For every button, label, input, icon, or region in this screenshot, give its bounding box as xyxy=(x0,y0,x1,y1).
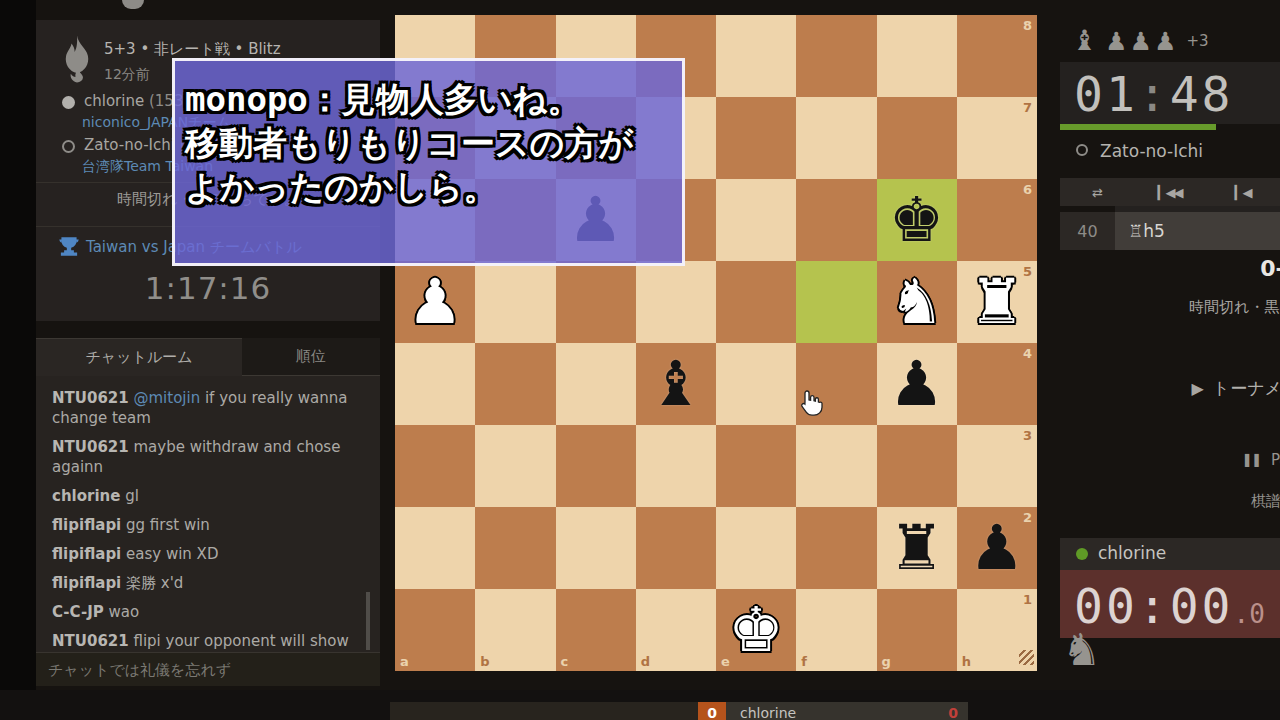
file-label: e xyxy=(721,654,730,669)
rank-label: 4 xyxy=(1023,346,1032,361)
move-list: 40 ♖h5 xyxy=(1060,206,1280,250)
rank-label: 6 xyxy=(1023,182,1032,197)
black-p-piece: ♟ xyxy=(889,353,945,415)
chat-message: NTU0621 @mitojin if you really wanna cha… xyxy=(52,388,356,428)
blitz-flame-icon xyxy=(58,34,96,84)
trophy-icon xyxy=(56,234,82,260)
square-g1[interactable]: g xyxy=(877,589,957,671)
square-g2[interactable]: ♜ xyxy=(877,507,957,589)
square-c3[interactable] xyxy=(556,425,636,507)
caption-line: 移動者もりもりコースの方が xyxy=(185,121,682,165)
white-n-piece: ♞ xyxy=(889,271,945,333)
square-h4[interactable]: 4 xyxy=(957,343,1037,425)
chat-message: NTU0621 maybe withdraw and chose againn xyxy=(52,437,356,477)
hand-cursor xyxy=(797,389,823,419)
captured-piece-icon: ♟ xyxy=(1154,29,1176,54)
square-f7[interactable] xyxy=(796,97,876,179)
square-b1[interactable]: b xyxy=(475,589,555,671)
chat-message-list: NTU0621 @mitojin if you really wanna cha… xyxy=(36,376,380,652)
square-f5[interactable] xyxy=(796,261,876,343)
square-a5[interactable]: ♟ xyxy=(395,261,475,343)
black-k-piece: ♚ xyxy=(889,189,945,251)
standings-player-name: chlorine xyxy=(740,705,796,720)
square-f1[interactable]: f xyxy=(796,589,876,671)
square-h3[interactable]: 3 xyxy=(957,425,1037,507)
top-player-row: Zato-no-Ichi xyxy=(1060,136,1280,168)
square-e3[interactable] xyxy=(716,425,796,507)
rank-label: 2 xyxy=(1023,510,1032,525)
black-color-icon xyxy=(62,140,75,153)
flip-board-button[interactable]: ⇄ xyxy=(1060,178,1133,206)
move-number: 40 xyxy=(1060,212,1115,250)
top-player-clock: 01:48 xyxy=(1060,62,1280,124)
current-move-row[interactable]: 40 ♖h5 xyxy=(1060,212,1280,250)
square-f8[interactable] xyxy=(796,15,876,97)
square-d3[interactable] xyxy=(636,425,716,507)
square-f3[interactable] xyxy=(796,425,876,507)
square-e6[interactable] xyxy=(716,179,796,261)
square-g7[interactable] xyxy=(877,97,957,179)
score-badge: 0 xyxy=(698,702,726,720)
white-color-icon xyxy=(62,96,75,109)
file-label: b xyxy=(480,654,489,669)
black-r-piece: ♜ xyxy=(889,517,945,579)
square-d2[interactable] xyxy=(636,507,716,589)
knight-icon: ♞ xyxy=(1062,628,1101,672)
square-b2[interactable] xyxy=(475,507,555,589)
square-e1[interactable]: ♚e xyxy=(716,589,796,671)
clock-progress-bar xyxy=(1060,124,1216,130)
square-e4[interactable] xyxy=(716,343,796,425)
play-icon: ▶ xyxy=(1191,379,1203,398)
file-label: c xyxy=(561,654,569,669)
chat-card: チャットルーム 順位 NTU0621 @mitojin if you reall… xyxy=(36,338,380,686)
game-title: 5+3 • 非レート戦 • Blitz xyxy=(104,40,281,59)
square-g8[interactable] xyxy=(877,15,957,97)
online-dot-icon xyxy=(1076,548,1088,560)
pause-icon: ▌▌ xyxy=(1245,454,1264,467)
kifu-link[interactable]: 棋譜 xyxy=(1046,492,1280,511)
rank-label: 1 xyxy=(1023,592,1032,607)
square-e2[interactable] xyxy=(716,507,796,589)
material-advantage: +3 xyxy=(1186,32,1208,50)
square-g3[interactable] xyxy=(877,425,957,507)
bottom-player-row: chlorine xyxy=(1060,538,1280,570)
rank-label: 7 xyxy=(1023,100,1032,115)
square-h7[interactable]: 7 xyxy=(957,97,1037,179)
white-k-piece: ♚ xyxy=(728,599,784,661)
file-label: a xyxy=(400,654,409,669)
black-p-piece: ♟ xyxy=(969,517,1025,579)
tab-chat-room[interactable]: チャットルーム xyxy=(36,338,242,376)
square-b4[interactable] xyxy=(475,343,555,425)
square-f2[interactable] xyxy=(796,507,876,589)
game-result: 0-1 xyxy=(1060,256,1280,281)
square-e8[interactable] xyxy=(716,15,796,97)
square-e5[interactable] xyxy=(716,261,796,343)
tournament-clock: 1:17:16 xyxy=(36,270,380,306)
chat-input[interactable] xyxy=(36,653,380,686)
square-c4[interactable] xyxy=(556,343,636,425)
black-b-piece: ♝ xyxy=(648,353,704,415)
chat-input-row xyxy=(36,652,380,686)
standings-score: 0 xyxy=(948,705,958,720)
file-label: g xyxy=(882,654,891,669)
square-h2[interactable]: ♟2 xyxy=(957,507,1037,589)
square-c2[interactable] xyxy=(556,507,636,589)
square-d4[interactable]: ♝ xyxy=(636,343,716,425)
square-g5[interactable]: ♞ xyxy=(877,261,957,343)
app-window: 5+3 • 非レート戦 • Blitz 12分前 chlorine (1532)… xyxy=(0,0,1280,720)
captured-piece-icon: ♝ xyxy=(1072,27,1097,55)
square-c1[interactable]: c xyxy=(556,589,636,671)
file-label: f xyxy=(801,654,807,669)
white-r-piece: ♜ xyxy=(969,271,1025,333)
square-b3[interactable] xyxy=(475,425,555,507)
caption-overlay: monopo：見物人多いね。 移動者もりもりコースの方が よかったのかしら。 xyxy=(172,58,685,266)
file-label: h xyxy=(962,654,971,669)
rank-label: 8 xyxy=(1023,18,1032,33)
square-f6[interactable] xyxy=(796,179,876,261)
square-a1[interactable]: a xyxy=(395,589,475,671)
move-san[interactable]: ♖h5 xyxy=(1115,212,1280,250)
back-to-tournament-button[interactable]: ▶ トーナメントに戻る xyxy=(1060,368,1280,408)
white-p-piece: ♟ xyxy=(407,271,463,333)
chat-tabs: チャットルーム 順位 xyxy=(36,338,380,376)
game-time-ago: 12分前 xyxy=(104,66,150,84)
tab-standings[interactable]: 順位 xyxy=(242,338,380,376)
chat-scrollbar[interactable] xyxy=(366,592,370,650)
caption-line: よかったのかしら。 xyxy=(185,165,682,209)
standings-row-left xyxy=(390,702,698,720)
square-h5[interactable]: ♜5 xyxy=(957,261,1037,343)
square-d1[interactable]: d xyxy=(636,589,716,671)
captured-piece-icon: ♟ xyxy=(1105,29,1127,54)
left-rail xyxy=(0,0,36,720)
pause-button[interactable]: ▌▌ Pause xyxy=(1060,448,1280,472)
captured-piece-icon: ♟ xyxy=(1130,29,1152,54)
file-label: d xyxy=(641,654,650,669)
board-resize-handle[interactable] xyxy=(1019,650,1034,665)
captured-pieces: ♝♟♟♟+3 xyxy=(1072,26,1209,56)
square-h6[interactable]: 6 xyxy=(957,179,1037,261)
chat-message: flipiflapi 楽勝 x'd xyxy=(52,573,356,593)
square-c5[interactable] xyxy=(556,261,636,343)
square-g6[interactable]: ♚ xyxy=(877,179,957,261)
chat-message: C-C-JP wao xyxy=(52,602,356,622)
rank-label: 3 xyxy=(1023,428,1032,443)
square-e7[interactable] xyxy=(716,97,796,179)
square-a2[interactable] xyxy=(395,507,475,589)
bottom-strip: 0 chlorine 0 xyxy=(0,690,1280,720)
replay-controls: ⇄▎◀◀▎◀▶▎▶▶▎⚙ xyxy=(1060,178,1280,206)
square-a4[interactable] xyxy=(395,343,475,425)
square-g4[interactable]: ♟ xyxy=(877,343,957,425)
right-sidebar: ♝♟♟♟+3 01:48 Zato-no-Ichi ⇄▎◀◀▎◀▶▎▶▶▎⚙ 4… xyxy=(1060,0,1280,720)
square-d5[interactable] xyxy=(636,261,716,343)
chat-message: chlorine gl xyxy=(52,486,356,506)
first-move-button[interactable]: ▎◀◀ xyxy=(1133,178,1206,206)
square-h8[interactable]: 8 xyxy=(957,15,1037,97)
chat-message: flipiflapi easy win XD xyxy=(52,544,356,564)
chat-message: NTU0621 flipi your opponent will show up… xyxy=(52,631,356,652)
rank-label: 5 xyxy=(1023,264,1032,279)
caption-line: monopo：見物人多いね。 xyxy=(185,77,682,121)
previous-move-button[interactable]: ▎◀ xyxy=(1206,178,1279,206)
bottom-player-name[interactable]: chlorine xyxy=(1098,543,1166,563)
square-b5[interactable] xyxy=(475,261,555,343)
standings-row[interactable]: chlorine 0 xyxy=(726,702,968,720)
black-color-icon xyxy=(1076,144,1088,156)
result-status-text: 時間切れ・黒の勝ちです。 xyxy=(1060,298,1280,317)
square-a3[interactable] xyxy=(395,425,475,507)
chat-message: flipiflapi gg first win xyxy=(52,515,356,535)
top-player-name[interactable]: Zato-no-Ichi xyxy=(1100,141,1203,161)
